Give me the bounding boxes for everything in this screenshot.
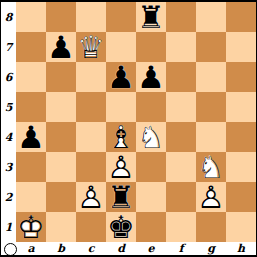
rank-label-5: 5 <box>1 92 16 122</box>
square-e7[interactable] <box>136 32 166 62</box>
white-pawn-fill: ♟ <box>76 182 106 212</box>
white-queen: ♕ <box>76 32 106 62</box>
white-pawn-fill: ♟ <box>106 152 136 182</box>
square-c1[interactable] <box>76 212 106 242</box>
black-king: ♚ <box>106 212 136 242</box>
square-b4[interactable] <box>46 122 76 152</box>
file-label-b: b <box>46 242 76 255</box>
square-g8[interactable] <box>196 2 226 32</box>
white-knight-fill: ♞ <box>196 152 226 182</box>
square-f8[interactable] <box>166 2 196 32</box>
white-knight: ♘ <box>196 152 226 182</box>
square-h7[interactable] <box>226 32 256 62</box>
square-a3[interactable] <box>16 152 46 182</box>
square-f2[interactable] <box>166 182 196 212</box>
rank-label-2: 2 <box>1 182 16 212</box>
square-e4[interactable]: ♞♘ <box>136 122 166 152</box>
white-pawn: ♙ <box>76 182 106 212</box>
square-f1[interactable] <box>166 212 196 242</box>
square-c4[interactable] <box>76 122 106 152</box>
square-a6[interactable] <box>16 62 46 92</box>
square-a2[interactable] <box>16 182 46 212</box>
square-f4[interactable] <box>166 122 196 152</box>
white-queen-fill: ♛ <box>76 32 106 62</box>
square-d3[interactable]: ♟♙ <box>106 152 136 182</box>
square-h3[interactable] <box>226 152 256 182</box>
file-label-f: f <box>166 242 196 255</box>
file-label-g: g <box>196 242 226 255</box>
white-knight-fill: ♞ <box>136 122 166 152</box>
square-b6[interactable] <box>46 62 76 92</box>
square-d1[interactable]: ♚ <box>106 212 136 242</box>
file-label-c: c <box>76 242 106 255</box>
rank-label-7: 7 <box>1 32 16 62</box>
square-g3[interactable]: ♞♘ <box>196 152 226 182</box>
rank-labels-strip: 87654321 <box>1 2 16 242</box>
square-e2[interactable] <box>136 182 166 212</box>
square-d4[interactable]: ♝♗ <box>106 122 136 152</box>
white-bishop-fill: ♝ <box>106 122 136 152</box>
black-pawn: ♟ <box>106 62 136 92</box>
black-pawn: ♟ <box>46 32 76 62</box>
square-g1[interactable] <box>196 212 226 242</box>
square-h2[interactable] <box>226 182 256 212</box>
white-king-fill: ♚ <box>16 212 46 242</box>
square-d2[interactable]: ♜ <box>106 182 136 212</box>
rank-label-4: 4 <box>1 122 16 152</box>
square-g5[interactable] <box>196 92 226 122</box>
square-d7[interactable] <box>106 32 136 62</box>
square-b3[interactable] <box>46 152 76 182</box>
square-b8[interactable] <box>46 2 76 32</box>
square-e1[interactable] <box>136 212 166 242</box>
black-rook: ♜ <box>136 2 166 32</box>
square-e6[interactable]: ♟ <box>136 62 166 92</box>
square-g2[interactable]: ♟♙ <box>196 182 226 212</box>
square-h4[interactable] <box>226 122 256 152</box>
square-h1[interactable] <box>226 212 256 242</box>
chess-board: ♜♟♛♕♟♟♟♝♗♞♘♟♙♞♘♟♙♜♟♙♚♔♚ <box>16 2 256 242</box>
white-pawn: ♙ <box>106 152 136 182</box>
square-e3[interactable] <box>136 152 166 182</box>
square-c6[interactable] <box>76 62 106 92</box>
square-h8[interactable] <box>226 2 256 32</box>
square-a8[interactable] <box>16 2 46 32</box>
square-b7[interactable]: ♟ <box>46 32 76 62</box>
white-pawn: ♙ <box>196 182 226 212</box>
rank-label-8: 8 <box>1 2 16 32</box>
black-pawn: ♟ <box>16 122 46 152</box>
file-label-h: h <box>226 242 256 255</box>
rank-label-1: 1 <box>1 212 16 242</box>
square-a5[interactable] <box>16 92 46 122</box>
square-c7[interactable]: ♛♕ <box>76 32 106 62</box>
rank-label-3: 3 <box>1 152 16 182</box>
white-king: ♔ <box>16 212 46 242</box>
square-a4[interactable]: ♟ <box>16 122 46 152</box>
chess-diagram: 87654321 ♜♟♛♕♟♟♟♝♗♞♘♟♙♞♘♟♙♜♟♙♚♔♚ abcdefg… <box>0 0 257 257</box>
white-knight: ♘ <box>136 122 166 152</box>
file-label-d: d <box>106 242 136 255</box>
square-c5[interactable] <box>76 92 106 122</box>
file-label-e: e <box>136 242 166 255</box>
square-f3[interactable] <box>166 152 196 182</box>
square-d8[interactable] <box>106 2 136 32</box>
square-g4[interactable] <box>196 122 226 152</box>
square-h6[interactable] <box>226 62 256 92</box>
square-e5[interactable] <box>136 92 166 122</box>
square-g6[interactable] <box>196 62 226 92</box>
square-f7[interactable] <box>166 32 196 62</box>
square-c3[interactable] <box>76 152 106 182</box>
square-b2[interactable] <box>46 182 76 212</box>
square-c8[interactable] <box>76 2 106 32</box>
square-b5[interactable] <box>46 92 76 122</box>
square-a1[interactable]: ♚♔ <box>16 212 46 242</box>
square-b1[interactable] <box>46 212 76 242</box>
rank-label-6: 6 <box>1 62 16 92</box>
square-h5[interactable] <box>226 92 256 122</box>
square-f5[interactable] <box>166 92 196 122</box>
black-pawn: ♟ <box>136 62 166 92</box>
black-rook: ♜ <box>106 182 136 212</box>
square-d5[interactable] <box>106 92 136 122</box>
square-c2[interactable]: ♟♙ <box>76 182 106 212</box>
square-f6[interactable] <box>166 62 196 92</box>
square-a7[interactable] <box>16 32 46 62</box>
square-e8[interactable]: ♜ <box>136 2 166 32</box>
square-d6[interactable]: ♟ <box>106 62 136 92</box>
white-pawn-fill: ♟ <box>196 182 226 212</box>
white-bishop: ♗ <box>106 122 136 152</box>
square-g7[interactable] <box>196 32 226 62</box>
file-label-a: a <box>16 242 46 255</box>
